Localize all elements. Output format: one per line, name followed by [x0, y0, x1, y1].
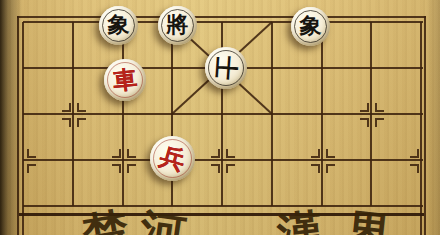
grid-line [17, 16, 426, 18]
piece-character: 將 [158, 6, 197, 45]
grid-line [23, 159, 423, 161]
piece-black-general[interactable]: 將 [158, 6, 197, 45]
piece-character: 士 [204, 46, 249, 91]
river-calligraphy-char: 界 [343, 208, 394, 235]
river-calligraphy-char: 漢 [275, 208, 326, 235]
grid-line [23, 113, 423, 115]
grid-line [17, 16, 19, 235]
xiangqi-board-scene: 楚河漢界 象將象士車兵 [0, 0, 440, 235]
piece-black-advisor[interactable]: 士 [205, 47, 247, 89]
grid-line [424, 16, 426, 235]
piece-character: 車 [101, 57, 147, 103]
grid-line [22, 22, 24, 235]
piece-red-chariot[interactable]: 車 [104, 59, 146, 101]
piece-black-elephant[interactable]: 象 [99, 6, 138, 45]
river-calligraphy-char: 楚 [79, 206, 132, 235]
piece-black-elephant[interactable]: 象 [291, 7, 330, 46]
grid-line [23, 21, 423, 23]
grid-line [420, 22, 422, 235]
piece-character: 象 [291, 7, 330, 46]
piece-red-soldier[interactable]: 兵 [150, 136, 195, 181]
river-calligraphy-char: 河 [137, 207, 189, 235]
piece-character: 兵 [144, 130, 200, 186]
piece-character: 象 [99, 6, 138, 45]
board-surface[interactable]: 楚河漢界 象將象士車兵 [0, 0, 440, 235]
